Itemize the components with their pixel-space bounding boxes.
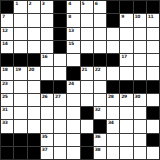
cell-r7c10[interactable]: 30 <box>134 94 146 106</box>
cell-r9c8[interactable]: 34 <box>107 120 119 132</box>
black-cell-r4c6 <box>81 54 93 66</box>
cell-r8c8[interactable] <box>107 107 119 119</box>
black-cell-r10c11 <box>147 134 159 146</box>
cell-r2c7[interactable] <box>94 28 106 40</box>
clue-number-37: 37 <box>42 147 48 152</box>
cell-r2c0[interactable]: 12 <box>1 28 13 40</box>
cell-r10c9[interactable] <box>120 134 132 146</box>
cell-r1c2[interactable] <box>28 14 40 26</box>
cell-r2c9[interactable] <box>120 28 132 40</box>
cell-r2c2[interactable] <box>28 28 40 40</box>
cell-r8c9[interactable] <box>120 107 132 119</box>
clue-number-31: 31 <box>2 107 8 112</box>
clue-number-7: 7 <box>2 14 5 19</box>
clue-number-18: 18 <box>2 67 8 72</box>
black-cell-r8c11 <box>147 107 159 119</box>
cell-r7c4[interactable]: 27 <box>54 94 66 106</box>
cell-r0c6[interactable]: 5 <box>81 1 93 13</box>
cell-r10c10[interactable] <box>134 134 146 146</box>
cell-r11c5[interactable] <box>67 147 79 159</box>
cell-r8c0[interactable]: 31 <box>1 107 13 119</box>
clue-number-17: 17 <box>121 54 127 59</box>
black-cell-r0c0 <box>1 1 13 13</box>
black-cell-r10c0 <box>1 134 13 146</box>
cell-r7c0[interactable]: 25 <box>1 94 13 106</box>
black-cell-r4c2 <box>28 54 40 66</box>
clue-number-5: 5 <box>82 1 85 6</box>
clue-number-32: 32 <box>95 107 101 112</box>
cell-r9c10[interactable] <box>134 120 146 132</box>
cell-r8c1[interactable] <box>14 107 26 119</box>
clue-number-10: 10 <box>135 14 141 19</box>
cell-r5c1[interactable]: 19 <box>14 67 26 79</box>
cell-r9c1[interactable] <box>14 120 26 132</box>
cell-r5c0[interactable]: 18 <box>1 67 13 79</box>
cell-r9c4[interactable] <box>54 120 66 132</box>
cell-r7c5[interactable] <box>67 94 79 106</box>
cell-r1c1[interactable] <box>14 14 26 26</box>
cell-r1c5[interactable]: 8 <box>67 14 79 26</box>
cell-r5c2[interactable]: 20 <box>28 67 40 79</box>
cell-r5c4[interactable] <box>54 67 66 79</box>
clue-number-19: 19 <box>15 67 21 72</box>
cell-r1c3[interactable] <box>41 14 53 26</box>
cell-r8c5[interactable] <box>67 107 79 119</box>
clue-number-23: 23 <box>2 81 8 86</box>
cell-r6c2[interactable] <box>28 81 40 93</box>
cell-r3c2[interactable] <box>28 41 40 53</box>
black-cell-r10c2 <box>28 134 40 146</box>
cell-r5c9[interactable] <box>120 67 132 79</box>
cell-r9c11[interactable] <box>147 120 159 132</box>
cell-r2c3[interactable] <box>41 28 53 40</box>
cell-r7c2[interactable] <box>28 94 40 106</box>
cell-r3c9[interactable] <box>120 41 132 53</box>
clue-number-20: 20 <box>29 67 35 72</box>
cell-r5c3[interactable] <box>41 67 53 79</box>
black-cell-r11c0 <box>1 147 13 159</box>
cell-r1c7[interactable] <box>94 14 106 26</box>
cell-r8c2[interactable] <box>28 107 40 119</box>
cell-r9c5[interactable] <box>67 120 79 132</box>
cell-r7c8[interactable]: 28 <box>107 94 119 106</box>
cell-r0c2[interactable]: 2 <box>28 1 40 13</box>
cell-r10c3[interactable]: 35 <box>41 134 53 146</box>
cell-r0c7[interactable]: 6 <box>94 1 106 13</box>
cell-r2c8[interactable] <box>107 28 119 40</box>
cell-r11c10[interactable] <box>134 147 146 159</box>
cell-r5c8[interactable] <box>107 67 119 79</box>
cell-r1c9[interactable]: 9 <box>120 14 132 26</box>
crossword-grid: 1234567891011121314151617181920212223242… <box>0 0 160 160</box>
clue-number-29: 29 <box>121 94 127 99</box>
clue-number-6: 6 <box>95 1 98 6</box>
cell-r6c7[interactable] <box>94 81 106 93</box>
clue-number-21: 21 <box>82 67 88 72</box>
clue-number-24: 24 <box>68 81 74 86</box>
black-cell-r2c4 <box>54 28 66 40</box>
black-cell-r6c11 <box>147 81 159 93</box>
cell-r6c0[interactable]: 23 <box>1 81 13 93</box>
cell-r3c1[interactable] <box>14 41 26 53</box>
black-cell-r6c10 <box>134 81 146 93</box>
black-cell-r6c4 <box>54 81 66 93</box>
black-cell-r11c6 <box>81 147 93 159</box>
cell-r11c4[interactable] <box>54 147 66 159</box>
clue-number-25: 25 <box>2 94 8 99</box>
black-cell-r4c1 <box>14 54 26 66</box>
black-cell-r11c2 <box>28 147 40 159</box>
clue-number-14: 14 <box>2 41 8 46</box>
cell-r8c4[interactable] <box>54 107 66 119</box>
cell-r8c3[interactable] <box>41 107 53 119</box>
cell-r11c11[interactable] <box>147 147 159 159</box>
black-cell-r4c8 <box>107 54 119 66</box>
cell-r4c11[interactable] <box>147 54 159 66</box>
cell-r7c7[interactable] <box>94 94 106 106</box>
cell-r5c10[interactable] <box>134 67 146 79</box>
black-cell-r10c1 <box>14 134 26 146</box>
black-cell-r6c3 <box>41 81 53 93</box>
cell-r3c0[interactable]: 14 <box>1 41 13 53</box>
cell-r10c4[interactable] <box>54 134 66 146</box>
cell-r0c3[interactable]: 3 <box>41 1 53 13</box>
clue-number-13: 13 <box>68 28 74 33</box>
black-cell-r9c7 <box>94 120 106 132</box>
black-cell-r10c6 <box>81 134 93 146</box>
clue-number-34: 34 <box>108 120 114 125</box>
clue-number-1: 1 <box>15 1 18 6</box>
cell-r4c3[interactable]: 16 <box>41 54 53 66</box>
cell-r6c1[interactable] <box>14 81 26 93</box>
cell-r3c3[interactable] <box>41 41 53 53</box>
cell-r7c3[interactable]: 26 <box>41 94 53 106</box>
clue-number-9: 9 <box>121 14 124 19</box>
cell-r5c6[interactable]: 21 <box>81 67 93 79</box>
cell-r4c5[interactable] <box>67 54 79 66</box>
clue-number-33: 33 <box>2 120 8 125</box>
cell-r7c9[interactable]: 29 <box>120 94 132 106</box>
black-cell-r0c8 <box>107 1 119 13</box>
black-cell-r5c5 <box>67 67 79 79</box>
cell-r2c1[interactable] <box>14 28 26 40</box>
clue-number-12: 12 <box>2 28 8 33</box>
cell-r0c1[interactable]: 1 <box>14 1 26 13</box>
cell-r2c11[interactable] <box>147 28 159 40</box>
cell-r3c10[interactable] <box>134 41 146 53</box>
clue-number-28: 28 <box>108 94 114 99</box>
cell-r1c6[interactable] <box>81 14 93 26</box>
cell-r9c6[interactable] <box>81 120 93 132</box>
clue-number-11: 11 <box>148 14 154 19</box>
cell-r2c6[interactable] <box>81 28 93 40</box>
cell-r2c5[interactable]: 13 <box>67 28 79 40</box>
cell-r8c10[interactable] <box>134 107 146 119</box>
black-cell-r0c11 <box>147 1 159 13</box>
black-cell-r0c10 <box>134 1 146 13</box>
clue-number-4: 4 <box>68 1 71 6</box>
cell-r5c11[interactable] <box>147 67 159 79</box>
black-cell-r6c8 <box>107 81 119 93</box>
cell-r3c6[interactable] <box>81 41 93 53</box>
clue-number-30: 30 <box>135 94 141 99</box>
black-cell-r6c9 <box>120 81 132 93</box>
clue-number-36: 36 <box>95 134 101 139</box>
clue-number-26: 26 <box>42 94 48 99</box>
cell-r2c10[interactable] <box>134 28 146 40</box>
cell-r9c3[interactable] <box>41 120 53 132</box>
cell-r3c11[interactable] <box>147 41 159 53</box>
clue-number-22: 22 <box>95 67 101 72</box>
cell-r3c8[interactable] <box>107 41 119 53</box>
cell-r4c9[interactable]: 17 <box>120 54 132 66</box>
cell-r1c10[interactable]: 10 <box>134 14 146 26</box>
black-cell-r4c0 <box>1 54 13 66</box>
clue-number-2: 2 <box>29 1 32 6</box>
cell-r7c6[interactable] <box>81 94 93 106</box>
cell-r4c10[interactable] <box>134 54 146 66</box>
cell-r11c8[interactable] <box>107 147 119 159</box>
cell-r1c0[interactable]: 7 <box>1 14 13 26</box>
cell-r3c7[interactable] <box>94 41 106 53</box>
black-cell-r1c8 <box>107 14 119 26</box>
clue-number-35: 35 <box>42 134 48 139</box>
cell-r9c2[interactable] <box>28 120 40 132</box>
cell-r8c7[interactable]: 32 <box>94 107 106 119</box>
cell-r11c3[interactable]: 37 <box>41 147 53 159</box>
cell-r9c0[interactable]: 33 <box>1 120 13 132</box>
cell-r4c4[interactable] <box>54 54 66 66</box>
cell-r10c7[interactable]: 36 <box>94 134 106 146</box>
cell-r0c5[interactable]: 4 <box>67 1 79 13</box>
clue-number-27: 27 <box>55 94 61 99</box>
black-cell-r8c6 <box>81 107 93 119</box>
cell-r11c9[interactable] <box>120 147 132 159</box>
cell-r11c7[interactable]: 38 <box>94 147 106 159</box>
black-cell-r1c4 <box>54 14 66 26</box>
cell-r7c11[interactable] <box>147 94 159 106</box>
cell-r5c7[interactable]: 22 <box>94 67 106 79</box>
cell-r6c6[interactable] <box>81 81 93 93</box>
clue-number-8: 8 <box>68 14 71 19</box>
clue-number-16: 16 <box>42 54 48 59</box>
cell-r3c5[interactable]: 15 <box>67 41 79 53</box>
cell-r9c9[interactable] <box>120 120 132 132</box>
black-cell-r0c4 <box>54 1 66 13</box>
black-cell-r11c1 <box>14 147 26 159</box>
clue-number-3: 3 <box>42 1 45 6</box>
black-cell-r0c9 <box>120 1 132 13</box>
clue-number-38: 38 <box>95 147 101 152</box>
cell-r1c11[interactable]: 11 <box>147 14 159 26</box>
cell-r10c5[interactable] <box>67 134 79 146</box>
clue-number-15: 15 <box>68 41 74 46</box>
black-cell-r3c4 <box>54 41 66 53</box>
cell-r6c5[interactable]: 24 <box>67 81 79 93</box>
black-cell-r4c7 <box>94 54 106 66</box>
cell-r10c8[interactable] <box>107 134 119 146</box>
cell-r7c1[interactable] <box>14 94 26 106</box>
